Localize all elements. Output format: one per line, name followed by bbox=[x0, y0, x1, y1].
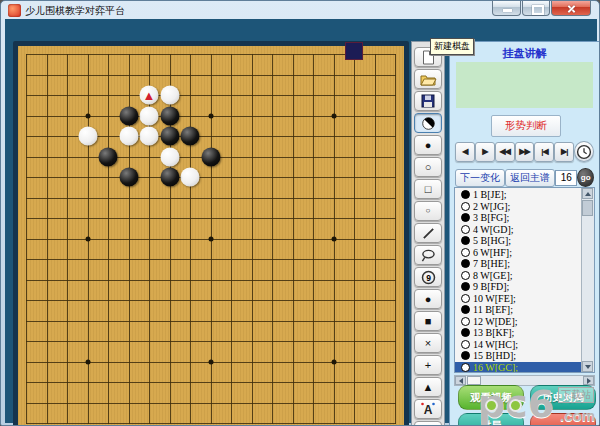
alternate-stone-tool-icon[interactable] bbox=[414, 113, 442, 133]
black-stone-FG bbox=[119, 168, 138, 187]
move-number-tool-icon[interactable]: 9 bbox=[414, 267, 442, 287]
fast-back-button[interactable]: ◀◀ bbox=[495, 142, 515, 162]
move-text: 6 W[HF]; bbox=[473, 247, 512, 258]
vertical-scroll-thumb[interactable] bbox=[582, 200, 593, 216]
watch-video-button[interactable]: 观看视频 bbox=[458, 385, 524, 410]
next-variation-button[interactable]: 下一变化 bbox=[455, 169, 505, 187]
app-icon bbox=[8, 4, 21, 17]
move-text: 14 W[HC]; bbox=[473, 339, 518, 350]
move-text: 11 B[EF]; bbox=[473, 304, 513, 315]
play-game-button[interactable]: 对局 bbox=[458, 413, 524, 426]
star-point bbox=[85, 359, 90, 364]
move-row-10[interactable]: 10 W[FE]; bbox=[455, 293, 582, 305]
black-move-icon bbox=[461, 282, 470, 291]
move-row-6[interactable]: 6 W[HF]; bbox=[455, 247, 582, 259]
move-row-3[interactable]: 3 B[FG]; bbox=[455, 212, 582, 224]
move-row-13[interactable]: 13 B[KF]; bbox=[455, 327, 582, 339]
board-grid: ▲ bbox=[26, 54, 396, 424]
star-point bbox=[331, 113, 336, 118]
return-main-line-button[interactable]: 返回主谱 bbox=[505, 169, 555, 187]
plus-mark-tool-icon[interactable]: + bbox=[414, 355, 442, 375]
white-move-icon bbox=[461, 225, 470, 234]
move-text: 2 W[JG]; bbox=[473, 201, 510, 212]
move-row-8[interactable]: 8 W[GE]; bbox=[455, 270, 582, 282]
move-text: 16 W[GC]; bbox=[473, 362, 518, 373]
star-point bbox=[208, 359, 213, 364]
move-text: 9 B[FD]; bbox=[473, 281, 509, 292]
move-row-9[interactable]: 9 B[FD]; bbox=[455, 281, 582, 293]
white-stone-HF bbox=[160, 147, 179, 166]
white-move-icon bbox=[461, 294, 470, 303]
nav-row: ◀▶◀◀▶▶|◀▶| bbox=[455, 142, 594, 161]
lasso-tool-icon[interactable] bbox=[414, 245, 442, 265]
move-text: 8 W[GE]; bbox=[473, 270, 513, 281]
black-move-icon bbox=[461, 328, 470, 337]
tooltip: 新建棋盘 bbox=[430, 38, 474, 55]
move-list[interactable]: 1 B[JE];2 W[JG];3 B[FG];4 W[GD];5 B[HG];… bbox=[454, 187, 595, 373]
black-stone-HG bbox=[160, 168, 179, 187]
toolbar: ●○□○9●■×+▲A bbox=[411, 41, 445, 426]
white-move-icon bbox=[461, 202, 470, 211]
black-stone-HD bbox=[160, 106, 179, 125]
timer-button[interactable] bbox=[574, 141, 594, 162]
white-move-icon bbox=[461, 340, 470, 349]
close-button[interactable] bbox=[551, 1, 591, 16]
black-stone-tool-icon[interactable]: ● bbox=[414, 135, 442, 155]
star-point bbox=[208, 113, 213, 118]
star-point bbox=[331, 236, 336, 241]
red-button[interactable] bbox=[530, 413, 596, 426]
white-stone-DE bbox=[78, 127, 97, 146]
scroll-right-icon[interactable] bbox=[583, 376, 594, 385]
line-tool-icon[interactable] bbox=[414, 223, 442, 243]
filled-circle-mark-tool-icon[interactable]: ● bbox=[414, 289, 442, 309]
move-text: 7 B[HE]; bbox=[473, 258, 510, 269]
white-stone-GD bbox=[140, 106, 159, 125]
last-move-triangle-marker: ▲ bbox=[140, 86, 159, 105]
app-window: 少儿围棋教学对弈平台 ▲ ●○□○9●■×+▲A 挂盘讲解 形势判断 ◀▶◀◀▶… bbox=[0, 0, 600, 426]
move-text: 10 W[FE]; bbox=[473, 293, 516, 304]
black-stone-EF bbox=[99, 147, 118, 166]
white-stone-tool-icon[interactable]: ○ bbox=[414, 157, 442, 177]
black-move-icon bbox=[461, 236, 470, 245]
move-row-5[interactable]: 5 B[HG]; bbox=[455, 235, 582, 247]
move-row-11[interactable]: 11 B[EF]; bbox=[455, 304, 582, 316]
square-mark-tool-icon[interactable]: □ bbox=[414, 179, 442, 199]
black-stone-FD bbox=[119, 106, 138, 125]
move-text: 3 B[FG]; bbox=[473, 212, 509, 223]
save-icon[interactable] bbox=[414, 91, 442, 111]
move-text: 4 W[GD]; bbox=[473, 224, 514, 235]
move-text: 5 B[HG]; bbox=[473, 235, 511, 246]
move-rows: 1 B[JE];2 W[JG];3 B[FG];4 W[GD];5 B[HG];… bbox=[455, 189, 582, 372]
star-point bbox=[331, 359, 336, 364]
move-text: 15 B[HD]; bbox=[473, 350, 516, 361]
letter-label-tool-icon[interactable]: A bbox=[414, 399, 442, 419]
white-stone-HC bbox=[160, 86, 179, 105]
black-move-icon bbox=[461, 305, 470, 314]
maximize-button[interactable] bbox=[522, 1, 550, 16]
to-start-button[interactable]: |◀ bbox=[534, 142, 554, 162]
title-bar[interactable]: 少儿围棋教学对弈平台 bbox=[1, 1, 599, 19]
step-forward-button[interactable]: ▶ bbox=[475, 142, 495, 162]
scroll-up-icon[interactable] bbox=[582, 188, 593, 199]
white-move-icon bbox=[461, 363, 470, 372]
comment-box bbox=[456, 62, 593, 108]
right-panel: 挂盘讲解 形势判断 ◀▶◀◀▶▶|◀▶| 下一变化 返回主谱 16 go 1 B… bbox=[449, 41, 600, 426]
variation-row: 下一变化 返回主谱 16 go bbox=[455, 169, 594, 186]
position-judge-button[interactable]: 形势判断 bbox=[491, 115, 561, 137]
star-point bbox=[85, 236, 90, 241]
vertical-scrollbar[interactable] bbox=[581, 188, 594, 372]
white-stone-GE bbox=[140, 127, 159, 146]
white-stone-GC: ▲ bbox=[140, 86, 159, 105]
go-board[interactable]: ▲ bbox=[18, 46, 404, 426]
black-move-icon bbox=[461, 259, 470, 268]
black-move-icon bbox=[461, 190, 470, 199]
white-stone-JG bbox=[181, 168, 200, 187]
filled-square-mark-tool-icon[interactable]: ■ bbox=[414, 311, 442, 331]
move-row-12[interactable]: 12 W[DE]; bbox=[455, 316, 582, 328]
move-row-14[interactable]: 14 W[HC]; bbox=[455, 339, 582, 351]
white-move-icon bbox=[461, 248, 470, 257]
move-row-1[interactable]: 1 B[JE]; bbox=[455, 189, 582, 201]
scroll-down-icon[interactable] bbox=[582, 361, 593, 372]
step-back-button[interactable]: ◀ bbox=[455, 142, 475, 162]
move-number-input[interactable]: 16 bbox=[555, 170, 577, 186]
black-stone-JE bbox=[181, 127, 200, 146]
move-row-2[interactable]: 2 W[JG]; bbox=[455, 201, 582, 213]
move-text: 12 W[DE]; bbox=[473, 316, 518, 327]
to-end-button[interactable]: ▶| bbox=[554, 142, 574, 162]
star-point bbox=[208, 236, 213, 241]
horizontal-scroll-thumb[interactable] bbox=[467, 376, 481, 385]
white-move-icon bbox=[461, 271, 470, 280]
caption-buttons bbox=[491, 1, 591, 16]
move-row-7[interactable]: 7 B[HE]; bbox=[455, 258, 582, 270]
black-move-icon bbox=[461, 351, 470, 360]
go-button[interactable]: go bbox=[577, 168, 594, 187]
move-row-16[interactable]: 16 W[GC]; bbox=[455, 362, 582, 374]
board-frame: ▲ bbox=[13, 41, 409, 426]
fast-forward-button[interactable]: ▶▶ bbox=[515, 142, 535, 162]
move-text: 1 B[JE]; bbox=[473, 189, 507, 200]
undo-icon[interactable] bbox=[414, 421, 442, 426]
black-stone-KF bbox=[201, 147, 220, 166]
cross-mark-tool-icon[interactable]: × bbox=[414, 333, 442, 353]
board-edge-marker-square bbox=[345, 42, 363, 60]
black-stone-HE bbox=[160, 127, 179, 146]
move-row-4[interactable]: 4 W[GD]; bbox=[455, 224, 582, 236]
svg-text:A: A bbox=[424, 403, 433, 417]
white-stone-FE bbox=[119, 127, 138, 146]
star-point bbox=[85, 113, 90, 118]
scroll-left-icon[interactable] bbox=[455, 376, 466, 385]
history-games-button[interactable]: 历史对局 bbox=[530, 385, 596, 410]
svg-text:9: 9 bbox=[426, 272, 431, 282]
circle-mark-tool-icon[interactable]: ○ bbox=[414, 201, 442, 221]
content-area: ▲ ●○□○9●■×+▲A 挂盘讲解 形势判断 ◀▶◀◀▶▶|◀▶| 下一变化 … bbox=[5, 19, 597, 423]
minimize-button[interactable] bbox=[492, 1, 521, 16]
open-file-icon[interactable] bbox=[414, 69, 442, 89]
move-row-15[interactable]: 15 B[HD]; bbox=[455, 350, 582, 362]
window-title: 少儿围棋教学对弈平台 bbox=[25, 4, 125, 18]
black-move-icon bbox=[461, 213, 470, 222]
white-move-icon bbox=[461, 317, 470, 326]
move-text: 13 B[KF]; bbox=[473, 327, 514, 338]
triangle-mark-tool-icon[interactable]: ▲ bbox=[414, 377, 442, 397]
